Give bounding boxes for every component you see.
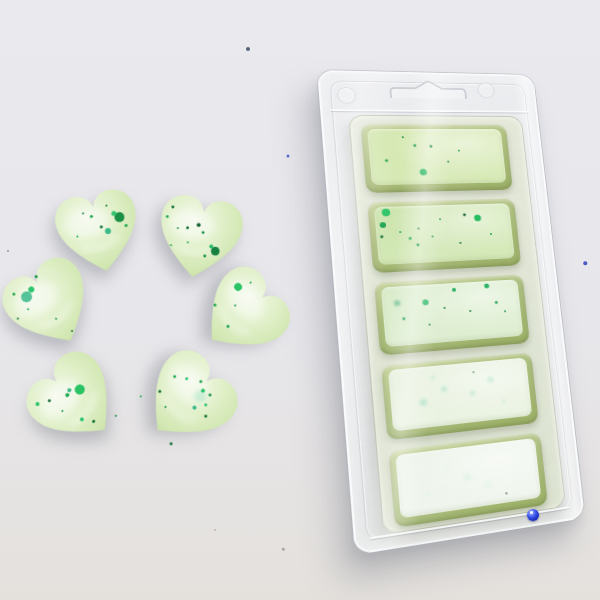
blue-gem-sequin [527,509,539,521]
dust-speck [214,529,216,531]
glitter-speck [469,310,471,312]
dust-speck [583,261,587,265]
dust-speck [287,155,290,158]
wax-bar-face [374,203,515,265]
glitter-speck [430,376,435,380]
wax-bar-2 [367,199,521,274]
glitter-speck [385,159,388,162]
glitter-speck [485,481,491,487]
glitter-speck [416,243,419,246]
glitter-speck [502,399,506,403]
glitter-speck [506,492,508,494]
glitter-speck [399,231,401,233]
glitter-speck [381,209,390,217]
glitter-speck [484,283,489,288]
wax-bar-face [395,438,541,518]
wax-bar-3 [374,274,530,355]
glitter-speck [490,233,492,235]
glitter-speck [439,218,441,220]
glitter-speck [413,144,416,147]
glitter-speck [409,237,412,240]
glitter-speck [487,376,494,382]
glitter-speck [441,386,448,393]
glitter-speck [472,371,474,373]
glitter-speck [470,391,476,396]
gem-glint [530,511,534,514]
glitter-speck [431,236,433,238]
glitter-speck [452,288,456,292]
glitter-speck [420,169,428,176]
wax-bar-1 [361,124,513,193]
wax-bar-face [388,358,532,432]
glitter-speck [429,323,431,325]
glitter-speck [447,161,449,163]
wax-bar-face [381,279,524,347]
glitter-speck [139,395,142,398]
glitter-speck [445,465,450,470]
glitter-speck [393,300,400,306]
glitter-speck [379,222,386,228]
glitter-speck [419,398,427,406]
glitter-speck [402,317,405,320]
glitter-speck [429,145,432,148]
glitter-speck [459,242,461,244]
glitter-speck [464,474,471,481]
glitter-speck [444,307,446,309]
glitter-speck [381,235,384,238]
glitter-speck [458,150,460,152]
glitter-speck [474,215,481,222]
hang-slot-emboss [384,78,471,101]
glitter-speck [422,299,429,305]
wax-bars-group [349,116,520,117]
dust-speck [282,548,285,551]
wax-bar-4 [381,352,539,440]
glitter-speck [417,228,419,230]
glitter-speck [402,136,404,138]
glitter-speck [463,213,466,216]
glitter-speck [494,301,497,304]
dust-speck [246,47,250,51]
product-photo [0,0,600,600]
clamshell-package [317,70,585,555]
glitter-speck [426,493,431,498]
dust-speck [7,250,9,252]
glitter-speck [504,310,506,312]
glitter-speck [114,414,117,417]
wax-bar-face [367,129,506,185]
glitter-speck [169,442,173,446]
